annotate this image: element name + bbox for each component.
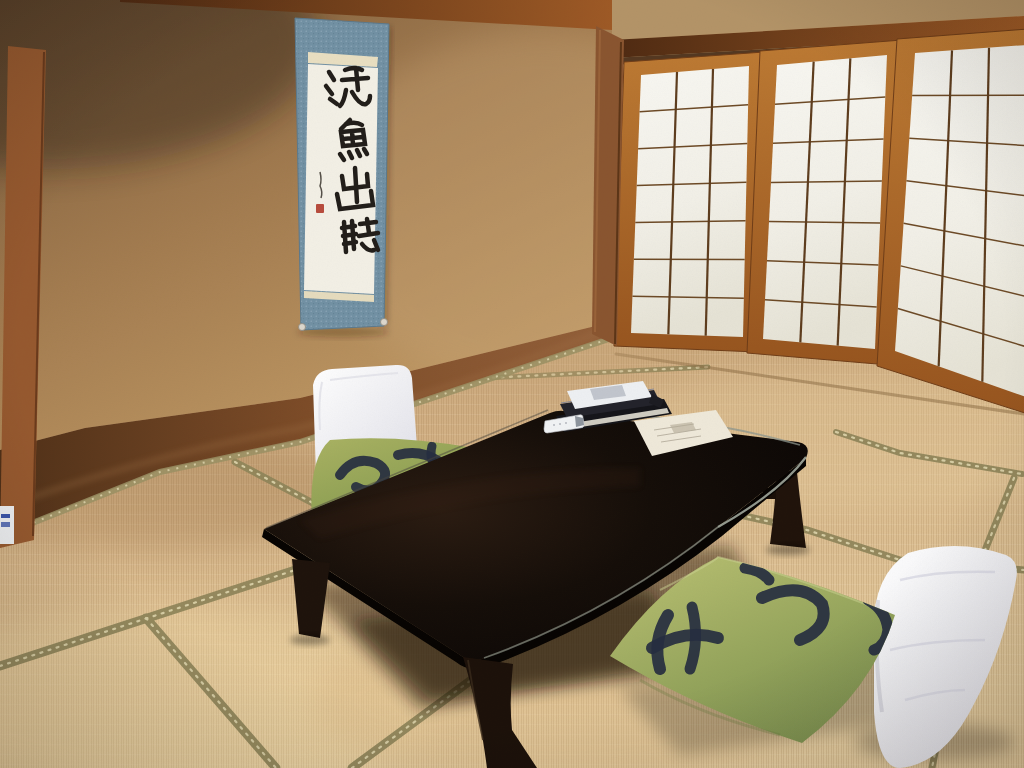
film-grain [0, 0, 1024, 768]
room-scene [0, 0, 1024, 768]
tatami-room-photo: Low black lacquered table with two floor… [0, 0, 1024, 768]
